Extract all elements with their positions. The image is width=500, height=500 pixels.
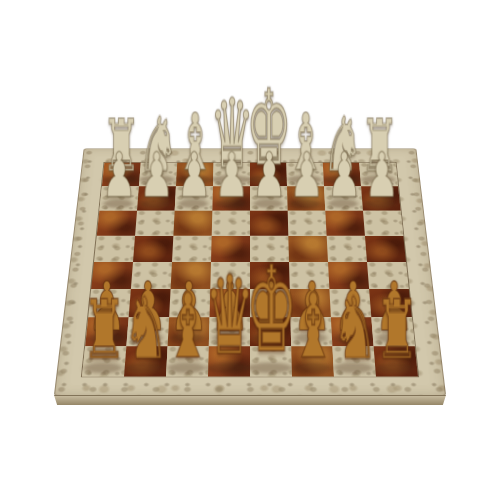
square-r1c1[interactable]: ♟ bbox=[137, 186, 176, 210]
piece-red-knight[interactable]: ♞ bbox=[331, 285, 377, 370]
square-r7c0[interactable]: ♜ bbox=[82, 346, 126, 376]
square-r7c1[interactable]: ♞ bbox=[124, 346, 168, 376]
square-r7c5[interactable]: ♝ bbox=[291, 346, 334, 376]
square-r1c0[interactable]: ♟ bbox=[99, 186, 139, 210]
piece-red-knight[interactable]: ♞ bbox=[122, 285, 168, 370]
piece-cream-pawn[interactable]: ♟ bbox=[289, 144, 324, 206]
square-r2c0[interactable] bbox=[97, 211, 137, 236]
square-r1c4[interactable]: ♟ bbox=[250, 186, 288, 210]
square-r1c6[interactable]: ♟ bbox=[324, 186, 363, 210]
piece-red-bishop[interactable]: ♝ bbox=[165, 281, 209, 370]
square-r7c6[interactable]: ♞ bbox=[332, 346, 376, 376]
square-r3c1[interactable] bbox=[133, 236, 173, 262]
square-r1c7[interactable]: ♟ bbox=[361, 186, 401, 210]
piece-cream-pawn[interactable]: ♟ bbox=[214, 144, 249, 206]
piece-cream-pawn[interactable]: ♟ bbox=[101, 144, 136, 206]
piece-red-rook[interactable]: ♜ bbox=[374, 289, 418, 370]
square-r1c3[interactable]: ♟ bbox=[212, 186, 250, 210]
piece-cream-pawn[interactable]: ♟ bbox=[327, 144, 362, 206]
piece-cream-pawn[interactable]: ♟ bbox=[252, 144, 287, 206]
square-r2c6[interactable] bbox=[325, 211, 365, 236]
square-r7c4[interactable]: ♚ bbox=[250, 346, 292, 376]
piece-cream-pawn[interactable]: ♟ bbox=[139, 144, 174, 206]
piece-red-king[interactable]: ♚ bbox=[245, 252, 297, 371]
board-squares: ♜♞♝♛♚♝♞♜♟♟♟♟♟♟♟♟♟♟♟♟♟♟♟♟♜♞♝♛♚♝♞♜ bbox=[82, 163, 418, 377]
square-r7c7[interactable]: ♜ bbox=[374, 346, 418, 376]
square-r2c3[interactable] bbox=[212, 211, 250, 236]
square-r3c6[interactable] bbox=[327, 236, 367, 262]
square-r1c2[interactable]: ♟ bbox=[175, 186, 213, 210]
chess-board: ♜♞♝♛♚♝♞♜♟♟♟♟♟♟♟♟♟♟♟♟♟♟♟♟♜♞♝♛♚♝♞♜ bbox=[54, 149, 446, 396]
square-r7c3[interactable]: ♛ bbox=[208, 346, 250, 376]
piece-cream-pawn[interactable]: ♟ bbox=[176, 144, 211, 206]
square-r2c1[interactable] bbox=[135, 211, 175, 236]
square-r3c7[interactable] bbox=[365, 236, 406, 262]
square-r2c4[interactable] bbox=[250, 211, 288, 236]
piece-red-rook[interactable]: ♜ bbox=[81, 289, 125, 370]
square-r3c0[interactable] bbox=[94, 236, 135, 262]
square-r2c2[interactable] bbox=[173, 211, 212, 236]
board-slab-edge bbox=[54, 395, 446, 405]
piece-cream-pawn[interactable]: ♟ bbox=[364, 144, 399, 206]
piece-red-bishop[interactable]: ♝ bbox=[291, 281, 335, 370]
square-r1c5[interactable]: ♟ bbox=[287, 186, 325, 210]
chess-set-photo: ♜♞♝♛♚♝♞♜♟♟♟♟♟♟♟♟♟♟♟♟♟♟♟♟♜♞♝♛♚♝♞♜ bbox=[0, 0, 500, 500]
square-r7c2[interactable]: ♝ bbox=[166, 346, 209, 376]
square-r2c5[interactable] bbox=[288, 211, 327, 236]
square-r2c7[interactable] bbox=[363, 211, 403, 236]
